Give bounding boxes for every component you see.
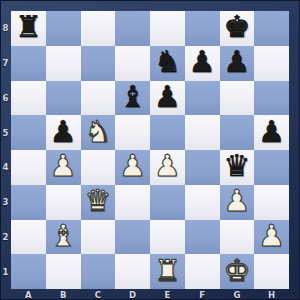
piece-black-pawn[interactable]: ♟ — [258, 115, 285, 149]
square-c6[interactable] — [81, 81, 116, 116]
piece-black-pawn[interactable]: ♟ — [154, 80, 181, 114]
file-label: H — [254, 289, 289, 300]
piece-white-rook[interactable]: ♜ — [154, 254, 181, 288]
piece-black-queen[interactable]: ♛ — [223, 149, 250, 183]
square-b5[interactable]: ♟ — [46, 115, 81, 150]
piece-black-rook[interactable]: ♜ — [15, 10, 42, 44]
square-e1[interactable]: ♜ — [150, 254, 185, 289]
square-f5[interactable] — [185, 115, 220, 150]
file-labels-row: ABCDEFGH — [11, 289, 289, 300]
square-h8[interactable] — [254, 11, 289, 46]
square-b1[interactable] — [46, 254, 81, 289]
square-f2[interactable] — [185, 220, 220, 255]
square-c1[interactable] — [81, 254, 116, 289]
piece-white-queen[interactable]: ♛ — [84, 184, 111, 218]
square-e6[interactable]: ♟ — [150, 81, 185, 116]
square-a8[interactable]: ♜ — [11, 11, 46, 46]
square-g1[interactable]: ♚ — [220, 254, 255, 289]
piece-white-pawn[interactable]: ♟ — [258, 219, 285, 253]
square-h7[interactable] — [254, 46, 289, 81]
square-e4[interactable]: ♟ — [150, 150, 185, 185]
piece-white-pawn[interactable]: ♟ — [154, 149, 181, 183]
file-label: B — [46, 289, 81, 300]
square-h2[interactable]: ♟ — [254, 220, 289, 255]
file-label: D — [115, 289, 150, 300]
square-a1[interactable] — [11, 254, 46, 289]
square-e7[interactable]: ♞ — [150, 46, 185, 81]
square-d7[interactable] — [115, 46, 150, 81]
square-d5[interactable] — [115, 115, 150, 150]
piece-black-king[interactable]: ♚ — [223, 10, 250, 44]
square-h6[interactable] — [254, 81, 289, 116]
rank-label: 1 — [0, 254, 11, 289]
piece-white-pawn[interactable]: ♟ — [119, 149, 146, 183]
piece-black-pawn[interactable]: ♟ — [189, 45, 216, 79]
square-g3[interactable]: ♟ — [220, 185, 255, 220]
square-b3[interactable] — [46, 185, 81, 220]
square-g8[interactable]: ♚ — [220, 11, 255, 46]
square-a4[interactable] — [11, 150, 46, 185]
square-a6[interactable] — [11, 81, 46, 116]
square-a5[interactable] — [11, 115, 46, 150]
piece-white-pawn[interactable]: ♟ — [223, 184, 250, 218]
piece-black-bishop[interactable]: ♝ — [119, 80, 146, 114]
square-e2[interactable] — [150, 220, 185, 255]
square-d6[interactable]: ♝ — [115, 81, 150, 116]
square-d8[interactable] — [115, 11, 150, 46]
file-label: A — [11, 289, 46, 300]
square-a3[interactable] — [11, 185, 46, 220]
square-d2[interactable] — [115, 220, 150, 255]
square-c2[interactable] — [81, 220, 116, 255]
square-e5[interactable] — [150, 115, 185, 150]
rank-label: 2 — [0, 220, 11, 255]
rank-label: 5 — [0, 115, 11, 150]
chess-board: ♜♚♞♟♟♝♟♟♞♟♟♟♟♛♛♟♝♟♜♚ — [11, 11, 289, 289]
square-e3[interactable] — [150, 185, 185, 220]
piece-black-pawn[interactable]: ♟ — [50, 115, 77, 149]
rank-label: 3 — [0, 185, 11, 220]
rank-label: 6 — [0, 81, 11, 116]
square-f1[interactable] — [185, 254, 220, 289]
square-b2[interactable]: ♝ — [46, 220, 81, 255]
square-b4[interactable]: ♟ — [46, 150, 81, 185]
square-g7[interactable]: ♟ — [220, 46, 255, 81]
square-d4[interactable]: ♟ — [115, 150, 150, 185]
square-h3[interactable] — [254, 185, 289, 220]
file-label: C — [81, 289, 116, 300]
piece-white-bishop[interactable]: ♝ — [50, 219, 77, 253]
file-label: E — [150, 289, 185, 300]
square-a7[interactable] — [11, 46, 46, 81]
piece-black-pawn[interactable]: ♟ — [223, 45, 250, 79]
square-f7[interactable]: ♟ — [185, 46, 220, 81]
square-g4[interactable]: ♛ — [220, 150, 255, 185]
square-c4[interactable] — [81, 150, 116, 185]
square-c8[interactable] — [81, 11, 116, 46]
square-f8[interactable] — [185, 11, 220, 46]
square-h5[interactable]: ♟ — [254, 115, 289, 150]
square-f4[interactable] — [185, 150, 220, 185]
chess-app-window: ♜♚♞♟♟♝♟♟♞♟♟♟♟♛♛♟♝♟♜♚ 87654321 ABCDEFGH — [0, 0, 300, 300]
piece-white-knight[interactable]: ♞ — [84, 115, 111, 149]
square-c3[interactable]: ♛ — [81, 185, 116, 220]
square-e8[interactable] — [150, 11, 185, 46]
square-f6[interactable] — [185, 81, 220, 116]
square-h4[interactable] — [254, 150, 289, 185]
file-label: F — [185, 289, 220, 300]
piece-black-knight[interactable]: ♞ — [154, 45, 181, 79]
square-g5[interactable] — [220, 115, 255, 150]
square-f3[interactable] — [185, 185, 220, 220]
square-g2[interactable] — [220, 220, 255, 255]
square-d3[interactable] — [115, 185, 150, 220]
square-b6[interactable] — [46, 81, 81, 116]
square-d1[interactable] — [115, 254, 150, 289]
piece-white-king[interactable]: ♚ — [223, 254, 250, 288]
rank-label: 8 — [0, 11, 11, 46]
square-c7[interactable] — [81, 46, 116, 81]
rank-label: 4 — [0, 150, 11, 185]
piece-white-pawn[interactable]: ♟ — [50, 149, 77, 183]
rank-labels-column: 87654321 — [0, 11, 11, 289]
square-g6[interactable] — [220, 81, 255, 116]
rank-label: 7 — [0, 46, 11, 81]
square-b8[interactable] — [46, 11, 81, 46]
square-h1[interactable] — [254, 254, 289, 289]
square-b7[interactable] — [46, 46, 81, 81]
file-label: G — [220, 289, 255, 300]
square-c5[interactable]: ♞ — [81, 115, 116, 150]
square-a2[interactable] — [11, 220, 46, 255]
